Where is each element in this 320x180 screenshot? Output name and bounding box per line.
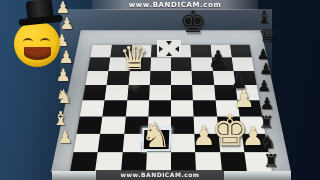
captured-black-pawn: ♟ [257,79,270,94]
square-a6[interactable] [85,71,108,85]
game-screen: ♚♛♟♟♟♞♟♚♟ ♟♟♟♟♟♞♝♟ ♝♛♟♟♟♟♜♞♜ www.BANDICA… [0,0,320,180]
square-f5[interactable] [192,85,215,100]
square-h7[interactable] [232,57,255,70]
square-a8[interactable] [90,45,112,58]
square-e3[interactable] [171,117,195,134]
marker-arrow-left-icon [175,46,179,52]
marker-arrow-right-icon [159,46,163,52]
piece-white-queen-c6[interactable]: ♛ [119,41,149,74]
square-g1[interactable] [220,152,247,172]
square-a2[interactable] [73,134,100,152]
marker-arrow-down-icon [166,41,172,45]
marker-arrow-up-icon [166,52,172,56]
bandicam-watermark-bottom: www.BANDICAM.com [96,170,224,180]
square-a1[interactable] [70,152,98,172]
square-d7[interactable] [150,57,171,70]
square-f6[interactable] [192,71,214,85]
square-a4[interactable] [80,100,105,116]
square-b5[interactable] [105,85,128,100]
captured-white-pawn: ♟ [57,129,72,146]
smiley-eye-right [40,38,50,46]
move-marker-d7 [157,40,181,57]
square-e6[interactable] [171,71,192,85]
smiley-eye-left [23,38,33,46]
piece-black-king-e8[interactable]: ♚ [180,7,207,37]
square-b4[interactable] [103,100,127,116]
captured-black-pawn: ♟ [259,62,272,77]
bandicam-watermark-top: www.BANDICAM.com [92,0,258,10]
top-hat-icon [17,0,63,28]
square-d6[interactable] [150,71,171,85]
square-b2[interactable] [98,134,124,152]
captured-white-bishop: ♝ [52,109,69,128]
smiley-top-hat-overlay [4,0,68,72]
piece-black-pawn-f6[interactable]: ♟ [208,48,229,71]
captured-black-rook: ♜ [263,152,279,170]
square-e5[interactable] [171,85,193,100]
piece-white-knight-d2[interactable]: ♞ [141,118,171,152]
captured-black-queen: ♛ [258,26,275,45]
piece-white-pawn-h2[interactable]: ♟ [242,124,264,149]
captured-black-pawn: ♟ [257,47,270,61]
square-a3[interactable] [77,117,103,134]
square-d5[interactable] [149,85,171,100]
smiley-mouth [24,47,51,60]
square-h8[interactable] [230,45,252,58]
square-b3[interactable] [100,117,125,134]
square-a7[interactable] [88,57,111,70]
square-e4[interactable] [171,100,194,116]
captured-black-pawn: ♟ [260,96,274,112]
piece-reflection [127,76,142,93]
square-a5[interactable] [83,85,107,100]
square-e7[interactable] [171,57,192,70]
captured-white-knight: ♞ [55,87,72,106]
